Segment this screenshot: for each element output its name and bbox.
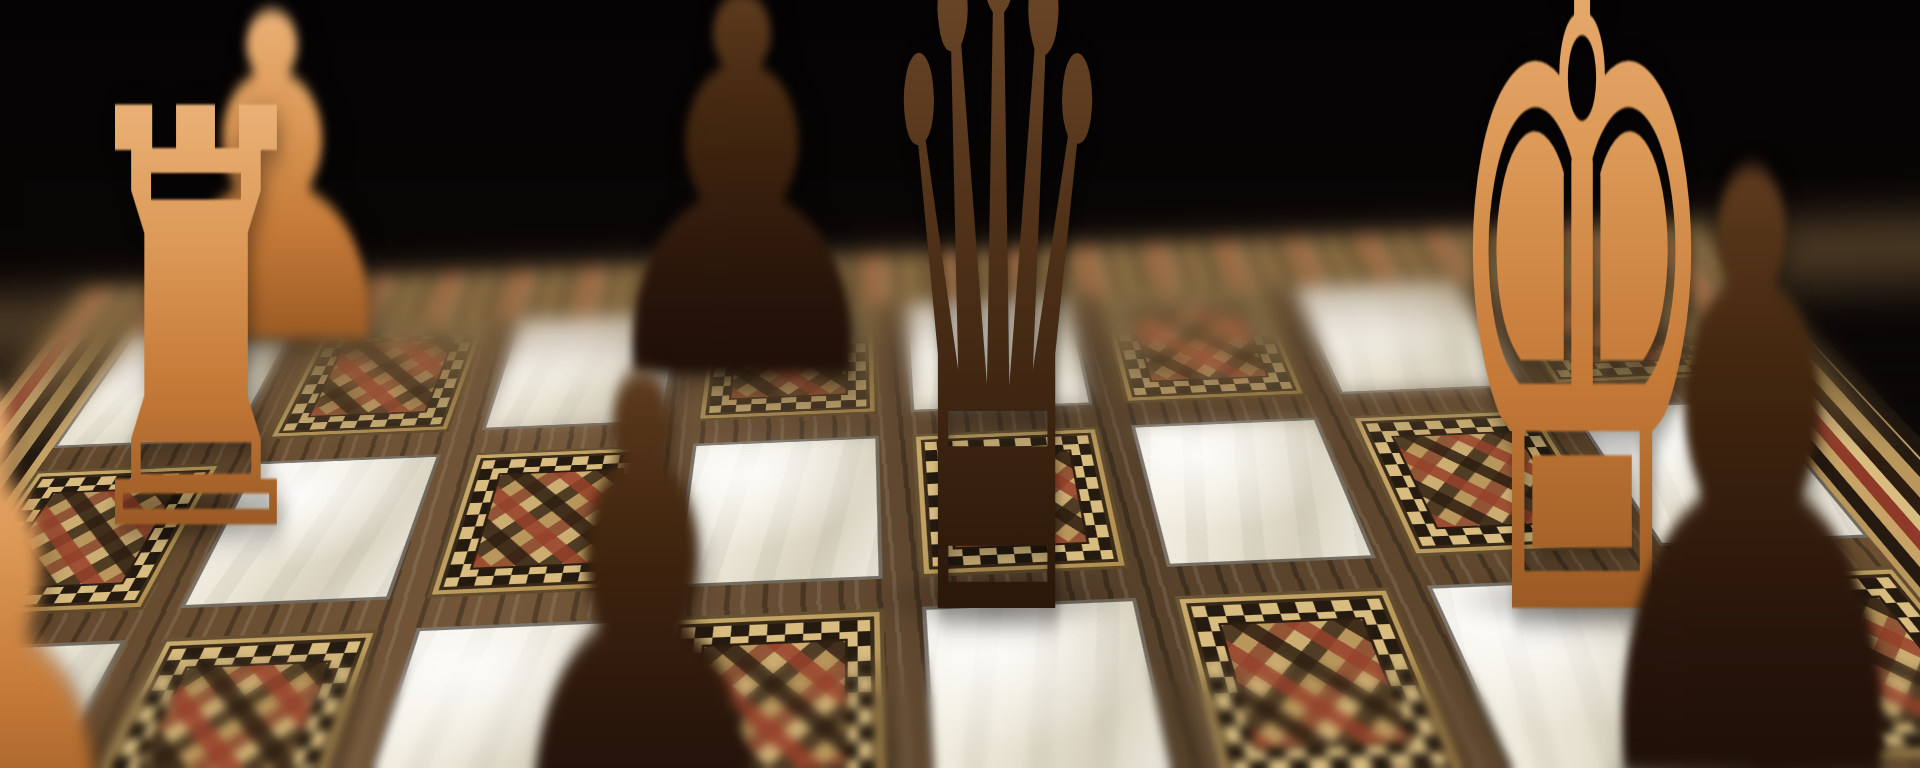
white-pawn-b2[interactable]: ♟ — [0, 317, 154, 768]
black-queen-e4[interactable]: ♛ — [873, 0, 1123, 751]
black-pawn-d2[interactable]: ♟ — [481, 297, 802, 768]
chess-photo-scene: ♟♟♜♛♚♟♟♟ — [0, 0, 1920, 768]
black-pawn-g2[interactable]: ♟ — [1559, 70, 1920, 768]
pieces-layer: ♟♟♜♛♚♟♟♟ — [0, 0, 1920, 768]
